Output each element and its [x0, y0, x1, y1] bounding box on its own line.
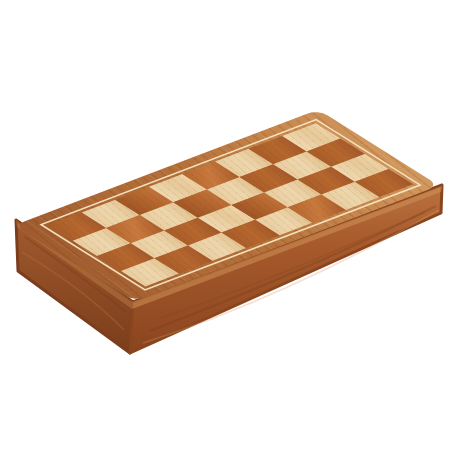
product-photo-scene	[0, 0, 452, 452]
